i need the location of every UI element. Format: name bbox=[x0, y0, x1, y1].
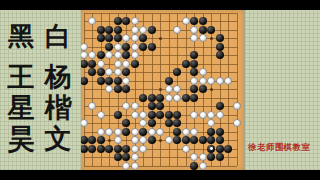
white-stone bbox=[88, 51, 96, 59]
black-stone bbox=[97, 34, 105, 42]
white-stone bbox=[122, 102, 130, 110]
black-stone bbox=[190, 94, 198, 102]
white-stone bbox=[131, 153, 139, 161]
black-stone bbox=[114, 26, 122, 34]
white-stone bbox=[122, 60, 130, 68]
white-stone bbox=[216, 77, 224, 85]
white-stone bbox=[190, 128, 198, 136]
video-frame: 黑 王星昊 白 杨楷文 徐老师围棋教室 bbox=[0, 0, 320, 180]
black-stone bbox=[97, 68, 105, 76]
black-stone bbox=[139, 94, 147, 102]
black-stone bbox=[216, 136, 224, 144]
black-stone bbox=[156, 111, 164, 119]
black-stone bbox=[216, 153, 224, 161]
black-stone bbox=[190, 51, 198, 59]
black-stone bbox=[105, 77, 113, 85]
black-stone bbox=[148, 102, 156, 110]
white-stone bbox=[190, 77, 198, 85]
black-stone bbox=[173, 68, 181, 76]
white-stone bbox=[81, 119, 88, 127]
black-stone bbox=[139, 34, 147, 42]
white-stone bbox=[148, 128, 156, 136]
white-stone bbox=[199, 162, 207, 170]
black-stone bbox=[114, 145, 122, 153]
black-stone bbox=[97, 136, 105, 144]
white-stone bbox=[173, 94, 181, 102]
black-stone bbox=[131, 60, 139, 68]
white-stone bbox=[131, 43, 139, 51]
black-stone bbox=[173, 136, 181, 144]
white-stone bbox=[207, 111, 215, 119]
black-stone bbox=[190, 162, 198, 170]
black-stone bbox=[122, 145, 130, 153]
white-stone bbox=[190, 26, 198, 34]
white-stone bbox=[114, 43, 122, 51]
black-stone bbox=[216, 51, 224, 59]
black-stone bbox=[105, 26, 113, 34]
black-stone bbox=[190, 68, 198, 76]
grid-line bbox=[237, 13, 238, 166]
black-stone bbox=[173, 119, 181, 127]
white-stone bbox=[131, 34, 139, 42]
white-stone bbox=[233, 102, 241, 110]
star-point bbox=[159, 88, 162, 91]
white-stone bbox=[122, 77, 130, 85]
white-stone bbox=[207, 119, 215, 127]
black-stone bbox=[105, 43, 113, 51]
white-stone bbox=[131, 17, 139, 25]
white-stone bbox=[207, 77, 215, 85]
black-stone bbox=[199, 136, 207, 144]
white-player-name: 杨楷文 bbox=[42, 62, 74, 155]
star-point bbox=[108, 139, 111, 142]
white-stone bbox=[182, 128, 190, 136]
white-stone bbox=[97, 60, 105, 68]
black-stone bbox=[148, 111, 156, 119]
black-stone bbox=[156, 102, 164, 110]
black-stone bbox=[207, 153, 215, 161]
white-stone bbox=[165, 136, 173, 144]
black-stone bbox=[88, 145, 96, 153]
black-stone bbox=[139, 43, 147, 51]
white-stone bbox=[81, 51, 88, 59]
black-stone bbox=[148, 94, 156, 102]
white-stone bbox=[173, 26, 181, 34]
black-stone bbox=[207, 136, 215, 144]
black-stone bbox=[148, 136, 156, 144]
white-stone bbox=[97, 128, 105, 136]
black-stone bbox=[182, 136, 190, 144]
black-stone bbox=[148, 119, 156, 127]
black-stone bbox=[81, 60, 88, 68]
white-stone bbox=[105, 128, 113, 136]
black-stone bbox=[122, 51, 130, 59]
black-stone bbox=[122, 128, 130, 136]
black-player-label: 黑 bbox=[5, 21, 37, 53]
black-stone bbox=[165, 119, 173, 127]
black-stone bbox=[173, 128, 181, 136]
black-stone bbox=[105, 145, 113, 153]
black-stone bbox=[148, 26, 156, 34]
black-stone bbox=[165, 77, 173, 85]
white-stone bbox=[114, 128, 122, 136]
black-stone bbox=[139, 128, 147, 136]
star-point bbox=[210, 37, 213, 40]
black-stone bbox=[173, 111, 181, 119]
black-stone bbox=[216, 145, 224, 153]
white-stone bbox=[190, 153, 198, 161]
black-stone bbox=[224, 145, 232, 153]
letterbox-top bbox=[0, 0, 320, 10]
player-info-panel: 黑 王星昊 白 杨楷文 bbox=[0, 10, 81, 170]
black-stone bbox=[114, 77, 122, 85]
white-stone bbox=[105, 68, 113, 76]
black-stone bbox=[199, 17, 207, 25]
white-stone bbox=[139, 136, 147, 144]
black-stone bbox=[122, 68, 130, 76]
white-stone bbox=[139, 111, 147, 119]
black-stone bbox=[97, 51, 105, 59]
white-stone bbox=[114, 51, 122, 59]
white-stone bbox=[224, 77, 232, 85]
white-stone bbox=[139, 119, 147, 127]
black-stone bbox=[122, 17, 130, 25]
white-stone bbox=[114, 60, 122, 68]
white-stone bbox=[233, 119, 241, 127]
black-stone bbox=[105, 34, 113, 42]
black-stone bbox=[190, 60, 198, 68]
white-stone bbox=[88, 102, 96, 110]
black-stone bbox=[148, 43, 156, 51]
black-stone bbox=[97, 26, 105, 34]
black-stone bbox=[207, 26, 215, 34]
black-stone bbox=[88, 136, 96, 144]
black-stone bbox=[122, 153, 130, 161]
black-stone bbox=[216, 128, 224, 136]
white-player-column: 白 杨楷文 bbox=[42, 21, 74, 155]
black-stone bbox=[114, 34, 122, 42]
black-stone bbox=[190, 136, 198, 144]
black-stone bbox=[199, 85, 207, 93]
star-point bbox=[210, 88, 213, 91]
white-stone bbox=[190, 34, 198, 42]
right-side-panel: 徐老师围棋教室 bbox=[244, 10, 320, 170]
black-stone bbox=[156, 94, 164, 102]
white-stone bbox=[131, 102, 139, 110]
black-stone bbox=[97, 77, 105, 85]
black-stone bbox=[122, 119, 130, 127]
white-stone bbox=[131, 26, 139, 34]
black-stone bbox=[88, 60, 96, 68]
go-board[interactable] bbox=[81, 10, 245, 170]
black-stone bbox=[165, 111, 173, 119]
black-stone bbox=[216, 34, 224, 42]
white-stone bbox=[165, 94, 173, 102]
white-stone bbox=[216, 111, 224, 119]
black-stone bbox=[114, 85, 122, 93]
white-stone bbox=[122, 162, 130, 170]
white-stone bbox=[199, 68, 207, 76]
black-stone bbox=[216, 43, 224, 51]
white-stone bbox=[114, 68, 122, 76]
black-player-name: 王星昊 bbox=[5, 62, 37, 155]
white-stone bbox=[165, 85, 173, 93]
black-stone bbox=[182, 94, 190, 102]
star-point bbox=[159, 37, 162, 40]
white-player-label: 白 bbox=[42, 21, 74, 53]
white-stone bbox=[131, 51, 139, 59]
white-stone bbox=[139, 145, 147, 153]
black-stone bbox=[190, 85, 198, 93]
black-stone bbox=[114, 153, 122, 161]
black-stone bbox=[114, 17, 122, 25]
letterbox-bottom bbox=[0, 170, 320, 180]
watermark-text: 徐老师围棋教室 bbox=[248, 142, 320, 152]
last-move-stone bbox=[207, 145, 215, 153]
black-stone bbox=[190, 17, 198, 25]
white-stone bbox=[88, 17, 96, 25]
black-stone bbox=[88, 68, 96, 76]
black-stone bbox=[216, 102, 224, 110]
white-stone bbox=[105, 51, 113, 59]
black-stone bbox=[122, 85, 130, 93]
white-stone bbox=[199, 77, 207, 85]
white-stone bbox=[122, 34, 130, 42]
black-player-column: 黑 王星昊 bbox=[5, 21, 37, 155]
black-stone bbox=[182, 60, 190, 68]
white-stone bbox=[190, 111, 198, 119]
grid-line bbox=[84, 166, 237, 167]
white-stone bbox=[182, 17, 190, 25]
white-stone bbox=[173, 85, 181, 93]
white-stone bbox=[131, 145, 139, 153]
black-stone bbox=[199, 26, 207, 34]
white-stone bbox=[114, 136, 122, 144]
black-stone bbox=[81, 145, 88, 153]
white-stone bbox=[131, 111, 139, 119]
white-stone bbox=[131, 128, 139, 136]
white-stone bbox=[139, 26, 147, 34]
black-stone bbox=[97, 145, 105, 153]
white-stone bbox=[81, 43, 88, 51]
grid-line bbox=[228, 13, 229, 166]
white-stone bbox=[131, 136, 139, 144]
black-stone bbox=[122, 43, 130, 51]
white-stone bbox=[131, 162, 139, 170]
white-stone bbox=[199, 34, 207, 42]
content-area: 黑 王星昊 白 杨楷文 徐老师围棋教室 bbox=[0, 10, 320, 170]
white-stone bbox=[156, 128, 164, 136]
black-stone bbox=[207, 128, 215, 136]
white-stone bbox=[199, 111, 207, 119]
black-stone bbox=[81, 77, 88, 85]
white-stone bbox=[105, 85, 113, 93]
star-point bbox=[159, 139, 162, 142]
white-stone bbox=[199, 153, 207, 161]
white-stone bbox=[97, 111, 105, 119]
black-stone bbox=[81, 136, 88, 144]
black-stone bbox=[114, 111, 122, 119]
white-stone bbox=[182, 145, 190, 153]
